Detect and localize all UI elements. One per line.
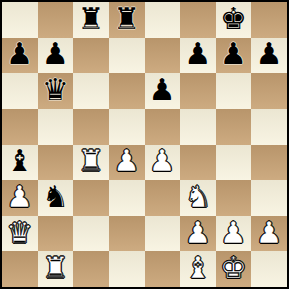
piece-white-knight[interactable]: ♞ [180,180,216,216]
square-f4[interactable] [180,145,216,181]
square-g1[interactable]: ♚ [216,251,252,287]
square-f8[interactable] [180,2,216,38]
square-f1[interactable]: ♝ [180,251,216,287]
piece-white-pawn[interactable]: ♟ [109,145,145,181]
square-h5[interactable] [251,109,287,145]
square-c1[interactable] [73,251,109,287]
square-g4[interactable] [216,145,252,181]
square-a5[interactable] [2,109,38,145]
square-g8[interactable]: ♚ [216,2,252,38]
square-d7[interactable] [109,38,145,74]
square-b6[interactable]: ♛ [38,73,74,109]
square-c6[interactable] [73,73,109,109]
piece-black-pawn[interactable]: ♟ [180,38,216,74]
square-d2[interactable] [109,216,145,252]
square-e1[interactable] [145,251,181,287]
square-h8[interactable] [251,2,287,38]
piece-black-rook[interactable]: ♜ [109,2,145,38]
square-b4[interactable] [38,145,74,181]
square-f3[interactable]: ♞ [180,180,216,216]
square-e7[interactable] [145,38,181,74]
piece-black-rook[interactable]: ♜ [73,2,109,38]
piece-black-pawn[interactable]: ♟ [251,38,287,74]
square-a8[interactable] [2,2,38,38]
square-e4[interactable]: ♟ [145,145,181,181]
square-a7[interactable]: ♟ [2,38,38,74]
piece-white-pawn[interactable]: ♟ [180,216,216,252]
piece-black-king[interactable]: ♚ [216,2,252,38]
piece-black-queen[interactable]: ♛ [38,73,74,109]
square-b1[interactable]: ♜ [38,251,74,287]
piece-black-knight[interactable]: ♞ [38,180,74,216]
square-h6[interactable] [251,73,287,109]
square-h4[interactable] [251,145,287,181]
square-g6[interactable] [216,73,252,109]
square-e8[interactable] [145,2,181,38]
piece-white-bishop[interactable]: ♝ [180,251,216,287]
square-f2[interactable]: ♟ [180,216,216,252]
square-d3[interactable] [109,180,145,216]
piece-white-pawn[interactable]: ♟ [2,180,38,216]
square-c7[interactable] [73,38,109,74]
square-d5[interactable] [109,109,145,145]
piece-white-pawn[interactable]: ♟ [216,216,252,252]
square-a6[interactable] [2,73,38,109]
square-b5[interactable] [38,109,74,145]
piece-black-bishop[interactable]: ♝ [2,145,38,181]
square-d8[interactable]: ♜ [109,2,145,38]
piece-black-pawn[interactable]: ♟ [38,38,74,74]
square-c4[interactable]: ♜ [73,145,109,181]
square-h7[interactable]: ♟ [251,38,287,74]
piece-white-king[interactable]: ♚ [216,251,252,287]
square-b2[interactable] [38,216,74,252]
square-a3[interactable]: ♟ [2,180,38,216]
piece-black-pawn[interactable]: ♟ [145,73,181,109]
square-h3[interactable] [251,180,287,216]
square-e3[interactable] [145,180,181,216]
square-f7[interactable]: ♟ [180,38,216,74]
square-g7[interactable]: ♟ [216,38,252,74]
square-f5[interactable] [180,109,216,145]
square-d1[interactable] [109,251,145,287]
square-g5[interactable] [216,109,252,145]
square-e2[interactable] [145,216,181,252]
square-h2[interactable]: ♟ [251,216,287,252]
square-h1[interactable] [251,251,287,287]
piece-black-pawn[interactable]: ♟ [216,38,252,74]
square-b8[interactable] [38,2,74,38]
square-c2[interactable] [73,216,109,252]
square-b7[interactable]: ♟ [38,38,74,74]
square-a2[interactable]: ♛ [2,216,38,252]
piece-white-pawn[interactable]: ♟ [251,216,287,252]
piece-white-queen[interactable]: ♛ [2,216,38,252]
square-g2[interactable]: ♟ [216,216,252,252]
piece-white-rook[interactable]: ♜ [38,251,74,287]
square-c3[interactable] [73,180,109,216]
square-a4[interactable]: ♝ [2,145,38,181]
piece-black-pawn[interactable]: ♟ [2,38,38,74]
square-g3[interactable] [216,180,252,216]
square-d6[interactable] [109,73,145,109]
square-d4[interactable]: ♟ [109,145,145,181]
square-c8[interactable]: ♜ [73,2,109,38]
piece-white-rook[interactable]: ♜ [73,145,109,181]
square-c5[interactable] [73,109,109,145]
square-a1[interactable] [2,251,38,287]
square-f6[interactable] [180,73,216,109]
square-e6[interactable]: ♟ [145,73,181,109]
square-b3[interactable]: ♞ [38,180,74,216]
piece-white-pawn[interactable]: ♟ [145,145,181,181]
chess-board: ♜♜♚♟♟♟♟♟♛♟♝♜♟♟♟♞♞♛♟♟♟♜♝♚ [0,0,289,289]
square-e5[interactable] [145,109,181,145]
